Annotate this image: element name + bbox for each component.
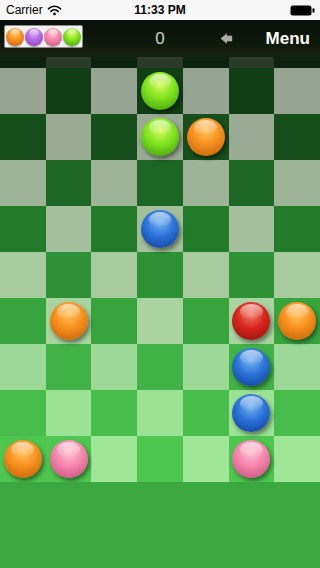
board-cell[interactable]	[229, 160, 275, 206]
board-cell[interactable]	[183, 298, 229, 344]
board-cell[interactable]	[91, 160, 137, 206]
board-cell[interactable]	[137, 68, 183, 114]
board-cell[interactable]	[0, 390, 46, 436]
board-cell[interactable]	[183, 160, 229, 206]
board-cell[interactable]	[46, 344, 92, 390]
ball-pink[interactable]	[232, 440, 270, 478]
board-cell[interactable]	[229, 68, 275, 114]
ball-orange[interactable]	[4, 440, 42, 478]
board-cell[interactable]	[183, 390, 229, 436]
board-cell[interactable]	[274, 436, 320, 482]
board-cell[interactable]	[137, 252, 183, 298]
board-cell[interactable]	[274, 57, 320, 68]
board-cell[interactable]	[46, 68, 92, 114]
app-screen: Carrier 11:33 PM 0 Menu	[0, 0, 320, 568]
board-cell[interactable]	[274, 390, 320, 436]
board-cell[interactable]	[274, 206, 320, 252]
board-cell[interactable]	[137, 114, 183, 160]
board-cell[interactable]	[229, 57, 275, 68]
board-cell[interactable]	[46, 206, 92, 252]
board-cell[interactable]	[91, 57, 137, 68]
ball-red[interactable]	[232, 302, 270, 340]
board-cell[interactable]	[91, 344, 137, 390]
ball-orange[interactable]	[50, 302, 88, 340]
board-cell[interactable]	[46, 57, 92, 68]
board-cell[interactable]	[137, 206, 183, 252]
ball-blue[interactable]	[232, 348, 270, 386]
board-cell[interactable]	[229, 252, 275, 298]
board-cell[interactable]	[137, 344, 183, 390]
board-cell[interactable]	[91, 206, 137, 252]
board-cell[interactable]	[0, 252, 46, 298]
board-cell[interactable]	[46, 114, 92, 160]
board-cell[interactable]	[183, 344, 229, 390]
ball-orange[interactable]	[278, 302, 316, 340]
board-cell[interactable]	[46, 160, 92, 206]
ball-green[interactable]	[141, 118, 179, 156]
board-cell[interactable]	[91, 68, 137, 114]
board-cell[interactable]	[183, 57, 229, 68]
board-cell[interactable]	[0, 160, 46, 206]
board-cell[interactable]	[46, 252, 92, 298]
board-cell[interactable]	[91, 298, 137, 344]
board-cell[interactable]	[229, 436, 275, 482]
board-cell[interactable]	[274, 160, 320, 206]
board-cell[interactable]	[91, 436, 137, 482]
board-cell[interactable]	[137, 436, 183, 482]
menu-button[interactable]: Menu	[266, 20, 310, 57]
board-cell[interactable]	[274, 252, 320, 298]
clock: 11:33 PM	[0, 3, 320, 17]
board-cell[interactable]	[183, 206, 229, 252]
board-cell[interactable]	[0, 436, 46, 482]
board-cell[interactable]	[0, 68, 46, 114]
ball-pink[interactable]	[50, 440, 88, 478]
board-cell[interactable]	[183, 252, 229, 298]
board-cell[interactable]	[0, 206, 46, 252]
ball-orange[interactable]	[187, 118, 225, 156]
board	[0, 57, 320, 482]
board-cell[interactable]	[46, 298, 92, 344]
board-cell[interactable]	[91, 390, 137, 436]
board-cell[interactable]	[229, 390, 275, 436]
ball-blue[interactable]	[141, 210, 179, 248]
board-cell[interactable]	[91, 114, 137, 160]
board-cell[interactable]	[137, 160, 183, 206]
board-cell[interactable]	[0, 57, 46, 68]
battery-icon	[290, 5, 315, 16]
game-toolbar: 0 Menu	[0, 20, 320, 57]
board-cell[interactable]	[274, 68, 320, 114]
board-cell[interactable]	[0, 344, 46, 390]
board-cell[interactable]	[137, 57, 183, 68]
board-cell[interactable]	[183, 436, 229, 482]
board-cell[interactable]	[0, 298, 46, 344]
board-cell[interactable]	[274, 298, 320, 344]
board-cell[interactable]	[229, 298, 275, 344]
board-cell[interactable]	[137, 298, 183, 344]
ball-blue[interactable]	[232, 394, 270, 432]
board-cell[interactable]	[229, 344, 275, 390]
board-cell[interactable]	[91, 252, 137, 298]
board-cell[interactable]	[229, 114, 275, 160]
board-cell[interactable]	[274, 344, 320, 390]
board-cell[interactable]	[46, 390, 92, 436]
speaker-muted-icon[interactable]	[220, 31, 234, 46]
board-cell[interactable]	[229, 206, 275, 252]
board-cell[interactable]	[274, 114, 320, 160]
ball-green[interactable]	[141, 72, 179, 110]
board-cell[interactable]	[46, 436, 92, 482]
board-cell[interactable]	[183, 114, 229, 160]
status-bar: Carrier 11:33 PM	[0, 0, 320, 20]
board-footer	[0, 482, 320, 568]
board-cell[interactable]	[0, 114, 46, 160]
board-cell[interactable]	[137, 390, 183, 436]
board-cell[interactable]	[183, 68, 229, 114]
